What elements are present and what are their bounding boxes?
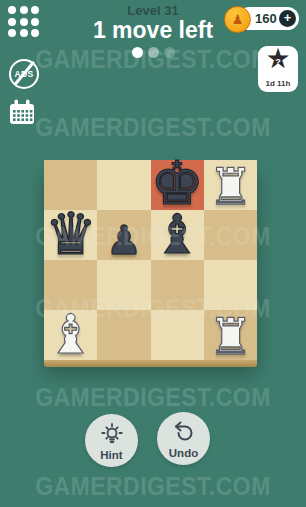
- square-a1[interactable]: ♝: [44, 310, 97, 360]
- piece-black-queen[interactable]: ♛: [45, 205, 97, 263]
- mystery-reward-card[interactable]: ★ ? 1d 11h: [258, 46, 298, 92]
- progress-dot-filled: [132, 47, 143, 58]
- square-b2[interactable]: [97, 260, 150, 310]
- piece-black-bishop[interactable]: ♝: [153, 208, 201, 262]
- watermark: GAMERDIGEST.COM: [12, 113, 294, 142]
- square-b4[interactable]: [97, 160, 150, 210]
- watermark: GAMERDIGEST.COM: [12, 383, 294, 412]
- lightbulb-icon: [99, 421, 125, 447]
- square-c2[interactable]: [151, 260, 204, 310]
- square-d3[interactable]: [204, 210, 257, 260]
- chess-board: ♚♜♛♟♝♝♜: [44, 160, 257, 360]
- reward-timer: 1d 11h: [258, 79, 298, 88]
- square-d4[interactable]: ♜: [204, 160, 257, 210]
- watermark: GAMERDIGEST.COM: [12, 472, 294, 501]
- undo-button[interactable]: Undo: [157, 412, 210, 465]
- square-c3[interactable]: ♝: [151, 210, 204, 260]
- piece-white-rook[interactable]: ♜: [208, 312, 253, 362]
- square-d1[interactable]: ♜: [204, 310, 257, 360]
- square-c1[interactable]: [151, 310, 204, 360]
- progress-dot-empty: [148, 47, 159, 58]
- coin-icon: ♟: [224, 6, 251, 33]
- square-a3[interactable]: ♛: [44, 210, 97, 260]
- undo-label: Undo: [157, 447, 210, 459]
- ads-label: ADS: [11, 69, 37, 79]
- square-b3[interactable]: ♟: [97, 210, 150, 260]
- add-coins-button[interactable]: +: [279, 10, 296, 27]
- coin-count: 160: [255, 11, 277, 26]
- square-d2[interactable]: [204, 260, 257, 310]
- question-mark: ?: [258, 57, 298, 67]
- hint-label: Hint: [85, 449, 138, 461]
- undo-arrow-icon: [171, 419, 197, 445]
- square-b1[interactable]: [97, 310, 150, 360]
- no-ads-icon[interactable]: ADS: [9, 59, 39, 89]
- hint-button[interactable]: Hint: [85, 414, 138, 467]
- piece-white-bishop[interactable]: ♝: [46, 308, 94, 362]
- progress-dot-empty: [164, 47, 175, 58]
- piece-black-pawn[interactable]: ♟: [106, 220, 142, 260]
- piece-white-rook[interactable]: ♜: [208, 162, 253, 212]
- calendar-icon[interactable]: [8, 98, 36, 130]
